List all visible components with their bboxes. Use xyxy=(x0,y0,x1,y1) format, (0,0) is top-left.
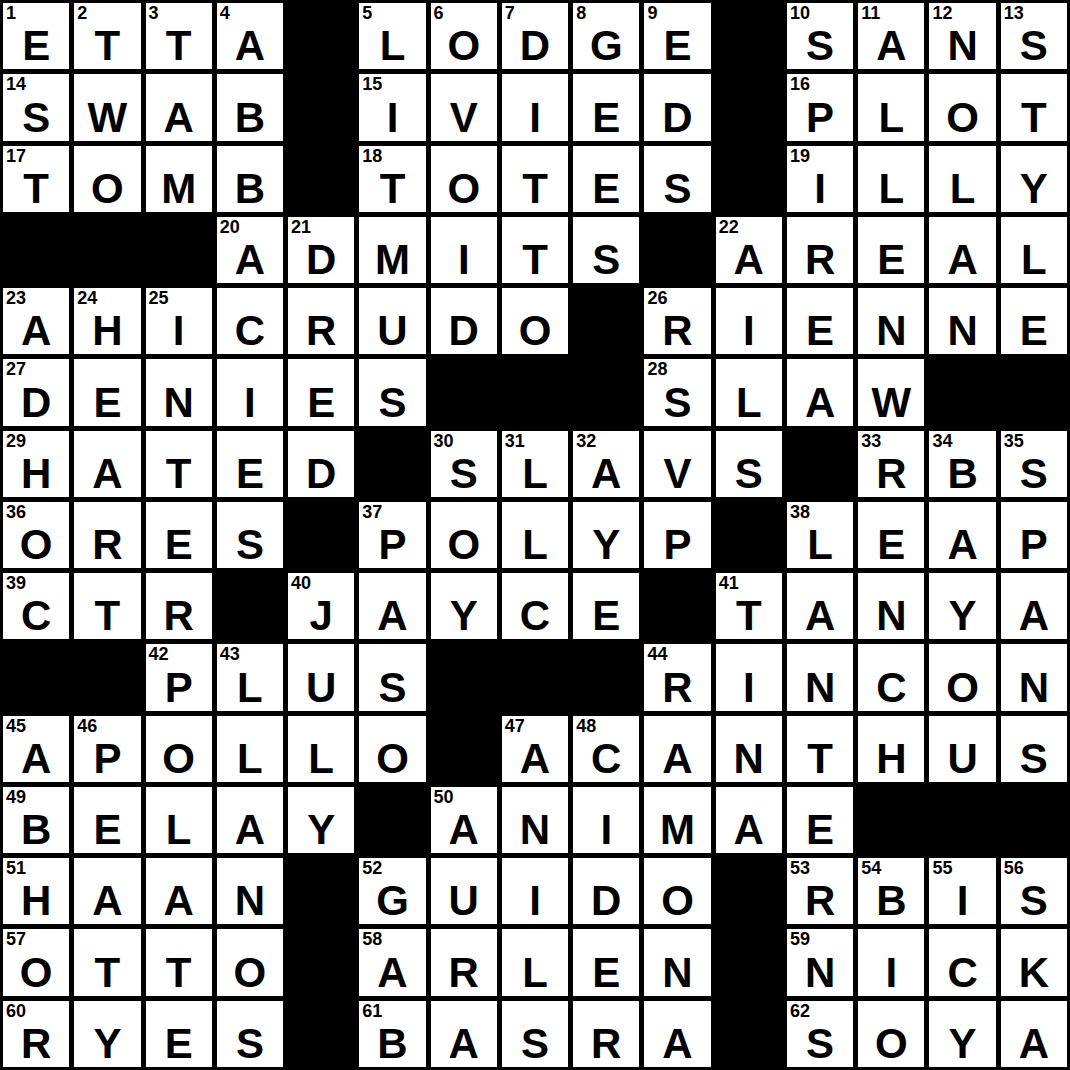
letter-square[interactable]: D xyxy=(573,858,639,924)
letter-square[interactable]: 13S xyxy=(1001,3,1067,69)
cell-letter: C xyxy=(3,595,69,637)
letter-square[interactable]: U xyxy=(431,858,497,924)
cell-letter: A xyxy=(716,809,782,851)
letter-square[interactable]: E xyxy=(74,787,140,853)
letter-square[interactable]: 45A xyxy=(3,716,69,782)
letter-square[interactable]: E xyxy=(573,74,639,140)
letter-square[interactable]: 10S xyxy=(787,3,853,69)
cell-letter: P xyxy=(359,524,425,566)
cell-letter: L xyxy=(217,667,283,709)
letter-square[interactable]: M xyxy=(359,217,425,283)
cell-letter: E xyxy=(146,1023,212,1065)
letter-square[interactable]: A xyxy=(644,716,710,782)
clue-number: 47 xyxy=(505,716,525,737)
letter-square[interactable]: E xyxy=(787,787,853,853)
letter-square[interactable]: I xyxy=(716,288,782,354)
letter-square[interactable]: 44R xyxy=(644,644,710,710)
cell-letter: I xyxy=(929,880,995,922)
cell-letter: B xyxy=(3,809,69,851)
letter-square[interactable]: A xyxy=(929,502,995,568)
letter-square[interactable]: L xyxy=(929,146,995,212)
cell-letter: U xyxy=(929,738,995,780)
letter-square[interactable]: A xyxy=(787,359,853,425)
letter-square[interactable]: 32A xyxy=(573,431,639,497)
letter-square[interactable]: S xyxy=(217,502,283,568)
letter-square[interactable]: E xyxy=(858,502,924,568)
clue-number: 21 xyxy=(291,217,311,238)
cell-letter: I xyxy=(573,809,639,851)
letter-square[interactable]: 23A xyxy=(3,288,69,354)
black-square xyxy=(573,288,639,354)
letter-square[interactable]: 57O xyxy=(3,929,69,995)
cell-letter: P xyxy=(74,738,140,780)
letter-square[interactable]: P xyxy=(1001,502,1067,568)
letter-square[interactable]: L xyxy=(146,787,212,853)
black-square xyxy=(288,502,354,568)
letter-square[interactable]: 20A xyxy=(217,217,283,283)
clue-number: 5 xyxy=(362,3,372,24)
letter-square[interactable]: 19I xyxy=(787,146,853,212)
letter-square[interactable]: S xyxy=(644,146,710,212)
letter-square[interactable]: Y xyxy=(288,787,354,853)
letter-square[interactable]: A xyxy=(644,1001,710,1067)
cell-letter: A xyxy=(431,809,497,851)
cell-letter: E xyxy=(217,453,283,495)
cell-letter: E xyxy=(573,168,639,210)
letter-square[interactable]: 22A xyxy=(716,217,782,283)
clue-number: 60 xyxy=(6,1001,26,1022)
cell-letter: T xyxy=(502,168,568,210)
black-square xyxy=(573,359,639,425)
cell-letter: E xyxy=(74,809,140,851)
letter-square[interactable]: N xyxy=(929,288,995,354)
cell-letter: V xyxy=(431,97,497,139)
letter-square[interactable]: 58A xyxy=(359,929,425,995)
cell-letter: A xyxy=(787,382,853,424)
letter-square[interactable]: C xyxy=(858,644,924,710)
black-square xyxy=(929,359,995,425)
letter-square[interactable]: A xyxy=(359,573,425,639)
letter-square[interactable]: 7D xyxy=(502,3,568,69)
letter-square[interactable]: N xyxy=(502,787,568,853)
letter-square[interactable]: L xyxy=(716,359,782,425)
letter-square[interactable]: A xyxy=(146,858,212,924)
letter-square[interactable]: 1E xyxy=(3,3,69,69)
letter-square[interactable]: 42P xyxy=(146,644,212,710)
letter-square[interactable]: I xyxy=(431,217,497,283)
letter-square[interactable]: T xyxy=(74,929,140,995)
black-square xyxy=(359,787,425,853)
cell-letter: A xyxy=(217,239,283,281)
letter-square[interactable]: I xyxy=(502,858,568,924)
letter-square[interactable]: S xyxy=(359,359,425,425)
cell-letter: T xyxy=(146,453,212,495)
letter-square[interactable]: L xyxy=(288,716,354,782)
letter-square[interactable]: L xyxy=(502,929,568,995)
letter-square[interactable]: U xyxy=(929,716,995,782)
cell-letter: A xyxy=(74,453,140,495)
letter-square[interactable]: C xyxy=(929,929,995,995)
letter-square[interactable]: O xyxy=(217,929,283,995)
letter-square[interactable]: E xyxy=(573,573,639,639)
letter-square[interactable]: Y xyxy=(929,573,995,639)
letter-square[interactable]: 4A xyxy=(217,3,283,69)
cell-letter: Y xyxy=(929,595,995,637)
clue-number: 10 xyxy=(790,3,810,24)
letter-square[interactable]: 3T xyxy=(146,3,212,69)
letter-square[interactable]: 62S xyxy=(787,1001,853,1067)
letter-square[interactable]: E xyxy=(288,359,354,425)
letter-square[interactable]: 17T xyxy=(3,146,69,212)
letter-square[interactable]: 6O xyxy=(431,3,497,69)
letter-square[interactable]: E xyxy=(74,359,140,425)
letter-square[interactable]: W xyxy=(74,74,140,140)
cell-letter: S xyxy=(359,382,425,424)
letter-square[interactable]: 8G xyxy=(573,3,639,69)
cell-letter: R xyxy=(74,524,140,566)
letter-square[interactable]: 56S xyxy=(1001,858,1067,924)
letter-square[interactable]: S xyxy=(217,1001,283,1067)
cell-letter: E xyxy=(858,524,924,566)
clue-number: 44 xyxy=(647,644,667,665)
cell-letter: A xyxy=(359,595,425,637)
letter-square[interactable]: S xyxy=(359,644,425,710)
cell-letter: A xyxy=(1001,1023,1067,1065)
cell-letter: S xyxy=(1001,25,1067,67)
cell-letter: I xyxy=(502,97,568,139)
letter-square[interactable]: N xyxy=(858,573,924,639)
letter-square[interactable]: O xyxy=(644,858,710,924)
clue-number: 41 xyxy=(719,573,739,594)
letter-square[interactable]: E xyxy=(146,502,212,568)
clue-number: 35 xyxy=(1004,431,1024,452)
letter-square[interactable]: L xyxy=(1001,217,1067,283)
letter-square[interactable]: R xyxy=(74,502,140,568)
black-square xyxy=(716,929,782,995)
cell-letter: L xyxy=(146,809,212,851)
letter-square[interactable]: H xyxy=(858,716,924,782)
cell-letter: L xyxy=(787,524,853,566)
letter-square[interactable]: O xyxy=(146,716,212,782)
letter-square[interactable]: 41T xyxy=(716,573,782,639)
cell-letter: V xyxy=(644,453,710,495)
letter-square[interactable]: E xyxy=(573,929,639,995)
letter-square[interactable]: T xyxy=(1001,74,1067,140)
black-square xyxy=(644,573,710,639)
letter-square[interactable]: 25I xyxy=(146,288,212,354)
clue-number: 38 xyxy=(790,502,810,523)
letter-square[interactable]: A xyxy=(217,787,283,853)
clue-number: 28 xyxy=(647,359,667,380)
letter-square[interactable]: 33R xyxy=(858,431,924,497)
cell-letter: Y xyxy=(74,1023,140,1065)
letter-square[interactable]: T xyxy=(787,716,853,782)
letter-square[interactable]: C xyxy=(502,573,568,639)
letter-square[interactable]: T xyxy=(146,929,212,995)
letter-square[interactable]: 43L xyxy=(217,644,283,710)
letter-square[interactable]: N xyxy=(1001,644,1067,710)
letter-square[interactable]: 26R xyxy=(644,288,710,354)
letter-square[interactable]: T xyxy=(502,146,568,212)
letter-square[interactable]: 39C xyxy=(3,573,69,639)
cell-letter: D xyxy=(502,25,568,67)
letter-square[interactable]: R xyxy=(431,929,497,995)
letter-square[interactable]: O xyxy=(431,502,497,568)
cell-letter: S xyxy=(644,382,710,424)
cell-letter: M xyxy=(146,168,212,210)
clue-number: 54 xyxy=(861,858,881,879)
black-square xyxy=(359,431,425,497)
cell-letter: O xyxy=(146,738,212,780)
letter-square[interactable]: W xyxy=(858,359,924,425)
cell-letter: I xyxy=(502,880,568,922)
clue-number: 6 xyxy=(434,3,444,24)
letter-square[interactable]: O xyxy=(929,644,995,710)
cell-letter: L xyxy=(288,738,354,780)
letter-square[interactable]: 59N xyxy=(787,929,853,995)
letter-square[interactable]: A xyxy=(431,1001,497,1067)
letter-square[interactable]: 51H xyxy=(3,858,69,924)
letter-square[interactable]: P xyxy=(644,502,710,568)
letter-square[interactable]: A xyxy=(787,573,853,639)
letter-square[interactable]: 50A xyxy=(431,787,497,853)
letter-square[interactable]: 61B xyxy=(359,1001,425,1067)
cell-letter: T xyxy=(146,25,212,67)
cell-letter: H xyxy=(858,738,924,780)
clue-number: 46 xyxy=(77,716,97,737)
clue-number: 16 xyxy=(790,74,810,95)
letter-square[interactable]: A xyxy=(74,858,140,924)
letter-square[interactable]: 49B xyxy=(3,787,69,853)
cell-letter: I xyxy=(858,952,924,994)
letter-square[interactable]: A xyxy=(929,217,995,283)
letter-square[interactable]: V xyxy=(431,74,497,140)
cell-letter: E xyxy=(3,25,69,67)
letter-square[interactable]: O xyxy=(858,1001,924,1067)
letter-square[interactable]: T xyxy=(74,573,140,639)
letter-square[interactable]: 54B xyxy=(858,858,924,924)
black-square xyxy=(3,644,69,710)
letter-square[interactable]: 30S xyxy=(431,431,497,497)
letter-square[interactable]: R xyxy=(573,1001,639,1067)
cell-letter: T xyxy=(146,952,212,994)
clue-number: 24 xyxy=(77,288,97,309)
letter-square[interactable]: S xyxy=(573,217,639,283)
letter-square[interactable]: 11A xyxy=(858,3,924,69)
letter-square[interactable]: 36O xyxy=(3,502,69,568)
letter-square[interactable]: S xyxy=(716,431,782,497)
letter-square[interactable]: 16P xyxy=(787,74,853,140)
letter-square[interactable]: Y xyxy=(929,1001,995,1067)
clue-number: 19 xyxy=(790,146,810,167)
letter-square[interactable]: Y xyxy=(431,573,497,639)
cell-letter: L xyxy=(359,25,425,67)
cell-letter: N xyxy=(146,382,212,424)
letter-square[interactable]: Y xyxy=(1001,146,1067,212)
cell-letter: L xyxy=(929,168,995,210)
cell-letter: B xyxy=(858,880,924,922)
letter-square[interactable]: 34B xyxy=(929,431,995,497)
letter-square[interactable]: N xyxy=(146,359,212,425)
letter-square[interactable]: 12N xyxy=(929,3,995,69)
letter-square[interactable]: 37P xyxy=(359,502,425,568)
letter-square[interactable]: Y xyxy=(573,502,639,568)
cell-letter: R xyxy=(858,453,924,495)
cell-letter: Y xyxy=(573,524,639,566)
letter-square[interactable]: E xyxy=(146,1001,212,1067)
letter-square[interactable]: 9E xyxy=(644,3,710,69)
letter-square[interactable]: L xyxy=(858,74,924,140)
letter-square[interactable]: 40J xyxy=(288,573,354,639)
letter-square[interactable]: D xyxy=(431,288,497,354)
letter-square[interactable]: E xyxy=(787,288,853,354)
letter-square[interactable]: C xyxy=(217,288,283,354)
letter-square[interactable]: V xyxy=(644,431,710,497)
letter-square[interactable]: E xyxy=(858,217,924,283)
letter-square[interactable]: L xyxy=(502,502,568,568)
letter-square[interactable]: 28S xyxy=(644,359,710,425)
black-square xyxy=(288,3,354,69)
letter-square[interactable]: 27D xyxy=(3,359,69,425)
letter-square[interactable]: 14S xyxy=(3,74,69,140)
letter-square[interactable]: D xyxy=(644,74,710,140)
letter-square[interactable]: 55I xyxy=(929,858,995,924)
cell-letter: O xyxy=(929,97,995,139)
cell-letter: A xyxy=(716,239,782,281)
letter-square[interactable]: I xyxy=(858,929,924,995)
letter-square[interactable]: 24H xyxy=(74,288,140,354)
cell-letter: O xyxy=(359,738,425,780)
letter-square[interactable]: N xyxy=(787,644,853,710)
cell-letter: C xyxy=(573,738,639,780)
cell-letter: B xyxy=(217,168,283,210)
letter-square[interactable]: B xyxy=(217,74,283,140)
letter-square[interactable]: U xyxy=(359,288,425,354)
cell-letter: N xyxy=(644,952,710,994)
cell-letter: T xyxy=(74,952,140,994)
letter-square[interactable]: S xyxy=(1001,716,1067,782)
letter-square[interactable]: O xyxy=(502,288,568,354)
letter-square[interactable]: E xyxy=(1001,288,1067,354)
letter-square[interactable]: 21D xyxy=(288,217,354,283)
letter-square[interactable]: E xyxy=(573,146,639,212)
letter-square[interactable]: R xyxy=(787,217,853,283)
cell-letter: C xyxy=(217,310,283,352)
letter-square[interactable]: T xyxy=(502,217,568,283)
letter-square[interactable]: 53R xyxy=(787,858,853,924)
letter-square[interactable]: 35S xyxy=(1001,431,1067,497)
cell-letter: S xyxy=(1001,453,1067,495)
cell-letter: R xyxy=(644,310,710,352)
cell-letter: A xyxy=(217,25,283,67)
black-square xyxy=(146,217,212,283)
cell-letter: S xyxy=(502,1023,568,1065)
letter-square[interactable]: 52G xyxy=(359,858,425,924)
cell-letter: R xyxy=(3,1023,69,1065)
letter-square[interactable]: A xyxy=(146,74,212,140)
letter-square[interactable]: 38L xyxy=(787,502,853,568)
letter-square[interactable]: O xyxy=(431,146,497,212)
letter-square[interactable]: 29H xyxy=(3,431,69,497)
cell-letter: E xyxy=(787,809,853,851)
letter-square[interactable]: A xyxy=(1001,573,1067,639)
letter-square[interactable]: Y xyxy=(74,1001,140,1067)
cell-letter: A xyxy=(787,595,853,637)
letter-square[interactable]: E xyxy=(217,431,283,497)
cell-letter: D xyxy=(431,310,497,352)
letter-square[interactable]: L xyxy=(858,146,924,212)
clue-number: 20 xyxy=(220,217,240,238)
letter-square[interactable]: 60R xyxy=(3,1001,69,1067)
cell-letter: S xyxy=(217,524,283,566)
letter-square[interactable]: A xyxy=(1001,1001,1067,1067)
black-square xyxy=(431,359,497,425)
letter-square[interactable]: 18T xyxy=(359,146,425,212)
black-square xyxy=(288,858,354,924)
cell-letter: N xyxy=(787,952,853,994)
letter-square[interactable]: 5L xyxy=(359,3,425,69)
letter-square[interactable]: O xyxy=(929,74,995,140)
letter-square[interactable]: K xyxy=(1001,929,1067,995)
letter-square[interactable]: S xyxy=(502,1001,568,1067)
black-square xyxy=(573,644,639,710)
letter-square[interactable]: L xyxy=(217,716,283,782)
cell-letter: A xyxy=(929,524,995,566)
cell-letter: L xyxy=(716,382,782,424)
clue-number: 51 xyxy=(6,858,26,879)
letter-square[interactable]: R xyxy=(146,573,212,639)
cell-letter: T xyxy=(716,595,782,637)
cell-letter: P xyxy=(644,524,710,566)
black-square xyxy=(716,502,782,568)
letter-square[interactable]: D xyxy=(288,431,354,497)
cell-letter: N xyxy=(716,738,782,780)
cell-letter: W xyxy=(858,382,924,424)
letter-square[interactable]: I xyxy=(502,74,568,140)
letter-square[interactable]: I xyxy=(217,359,283,425)
letter-square[interactable]: I xyxy=(573,787,639,853)
letter-square[interactable]: M xyxy=(146,146,212,212)
letter-square[interactable]: N xyxy=(644,929,710,995)
letter-square[interactable]: 2T xyxy=(74,3,140,69)
letter-square[interactable]: 46P xyxy=(74,716,140,782)
letter-square[interactable]: N xyxy=(716,716,782,782)
letter-square[interactable]: 48C xyxy=(573,716,639,782)
letter-square[interactable]: 15I xyxy=(359,74,425,140)
letter-square[interactable]: N xyxy=(217,858,283,924)
cell-letter: R xyxy=(146,595,212,637)
letter-square[interactable]: R xyxy=(288,288,354,354)
letter-square[interactable]: 47A xyxy=(502,716,568,782)
letter-square[interactable]: O xyxy=(74,146,140,212)
letter-square[interactable]: A xyxy=(716,787,782,853)
letter-square[interactable]: N xyxy=(858,288,924,354)
letter-square[interactable]: B xyxy=(217,146,283,212)
letter-square[interactable]: U xyxy=(288,644,354,710)
cell-letter: D xyxy=(3,382,69,424)
cell-letter: Y xyxy=(288,809,354,851)
letter-square[interactable]: T xyxy=(146,431,212,497)
cell-letter: N xyxy=(787,667,853,709)
letter-square[interactable]: 31L xyxy=(502,431,568,497)
cell-letter: E xyxy=(1001,310,1067,352)
letter-square[interactable]: I xyxy=(716,644,782,710)
letter-square[interactable]: A xyxy=(74,431,140,497)
letter-square[interactable]: O xyxy=(359,716,425,782)
clue-number: 43 xyxy=(220,644,240,665)
cell-letter: A xyxy=(359,952,425,994)
letter-square[interactable]: M xyxy=(644,787,710,853)
